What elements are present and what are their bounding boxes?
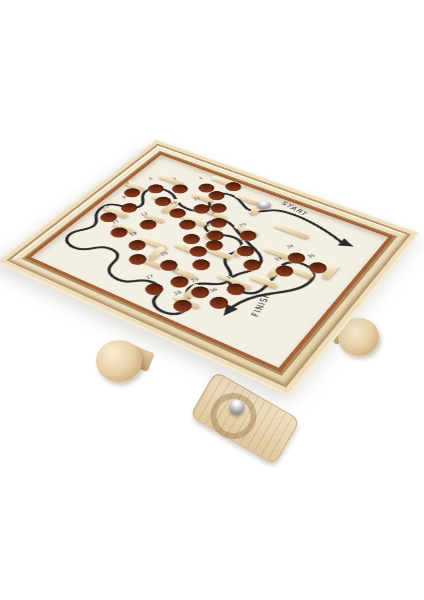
finish-label: FINISH <box>249 291 274 318</box>
box-top-face: START FINISH 123456789101112131415161718… <box>0 139 420 396</box>
maze-playfield: START FINISH 123456789101112131415161718… <box>31 155 388 368</box>
left-tilt-knob[interactable] <box>96 340 142 382</box>
product-photo-background: START FINISH 123456789101112131415161718… <box>0 0 424 600</box>
tray-slot-groove <box>202 385 265 448</box>
labyrinth-board: START FINISH 123456789101112131415161718… <box>0 139 420 396</box>
